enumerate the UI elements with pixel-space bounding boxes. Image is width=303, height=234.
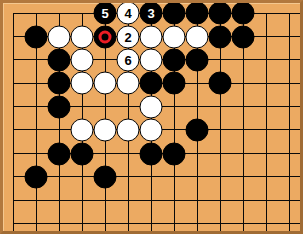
intersection xyxy=(48,212,71,234)
intersection xyxy=(278,48,301,71)
intersection xyxy=(71,95,94,118)
intersection xyxy=(278,1,301,24)
intersection xyxy=(209,25,232,48)
intersection xyxy=(232,95,255,118)
intersection xyxy=(71,118,94,141)
stone-black xyxy=(163,142,186,165)
intersection xyxy=(255,165,278,188)
stone-black xyxy=(48,48,71,71)
intersection xyxy=(209,118,232,141)
intersection xyxy=(25,71,48,94)
stone-black xyxy=(25,165,48,188)
stone-white xyxy=(48,25,71,48)
stone-black xyxy=(209,2,232,25)
intersection xyxy=(2,25,25,48)
intersection xyxy=(71,165,94,188)
intersection xyxy=(255,95,278,118)
red-circle-marker xyxy=(99,30,112,43)
stone-white xyxy=(71,48,94,71)
stone-white xyxy=(94,72,117,95)
intersection xyxy=(163,142,186,165)
intersection xyxy=(25,1,48,24)
intersection xyxy=(163,48,186,71)
intersection xyxy=(278,165,301,188)
intersection xyxy=(48,188,71,211)
intersection xyxy=(163,165,186,188)
stone-white-move-4: 4 xyxy=(117,2,140,25)
intersection xyxy=(186,142,209,165)
intersection xyxy=(232,118,255,141)
go-board-grid: 54326 xyxy=(2,1,301,234)
intersection xyxy=(278,71,301,94)
intersection xyxy=(117,212,140,234)
intersection xyxy=(232,1,255,24)
intersection xyxy=(25,188,48,211)
intersection xyxy=(140,118,163,141)
intersection xyxy=(278,142,301,165)
stone-black-move-5: 5 xyxy=(94,2,117,25)
intersection xyxy=(2,118,25,141)
move-number: 3 xyxy=(147,7,154,20)
intersection xyxy=(255,71,278,94)
stone-white xyxy=(71,119,94,142)
stone-black xyxy=(25,25,48,48)
intersection xyxy=(278,118,301,141)
intersection xyxy=(255,212,278,234)
intersection xyxy=(71,48,94,71)
stone-white xyxy=(186,25,209,48)
intersection xyxy=(232,142,255,165)
intersection xyxy=(117,142,140,165)
intersection xyxy=(25,25,48,48)
intersection xyxy=(2,212,25,234)
intersection xyxy=(255,25,278,48)
intersection xyxy=(232,212,255,234)
intersection xyxy=(25,212,48,234)
intersection xyxy=(140,71,163,94)
intersection xyxy=(232,165,255,188)
stone-black xyxy=(163,48,186,71)
stone-black xyxy=(232,2,255,25)
intersection xyxy=(186,118,209,141)
intersection xyxy=(140,212,163,234)
intersection xyxy=(140,95,163,118)
stone-black xyxy=(48,72,71,95)
move-number: 2 xyxy=(124,30,131,43)
intersection xyxy=(94,165,117,188)
intersection xyxy=(117,95,140,118)
intersection xyxy=(163,25,186,48)
intersection xyxy=(163,118,186,141)
stone-black xyxy=(209,72,232,95)
intersection xyxy=(2,142,25,165)
intersection xyxy=(255,1,278,24)
stone-black xyxy=(94,165,117,188)
intersection xyxy=(48,142,71,165)
stone-white-move-2: 2 xyxy=(117,25,140,48)
intersection xyxy=(94,212,117,234)
intersection xyxy=(94,118,117,141)
move-number: 5 xyxy=(101,7,108,20)
stone-black-move-3: 3 xyxy=(140,2,163,25)
intersection xyxy=(209,1,232,24)
intersection xyxy=(48,25,71,48)
stone-black xyxy=(232,25,255,48)
intersection xyxy=(140,165,163,188)
intersection xyxy=(94,48,117,71)
stone-black xyxy=(163,2,186,25)
intersection xyxy=(25,118,48,141)
intersection xyxy=(186,95,209,118)
intersection xyxy=(186,25,209,48)
go-board-frame: 54326 xyxy=(0,0,303,234)
intersection xyxy=(117,165,140,188)
intersection xyxy=(209,212,232,234)
intersection: 6 xyxy=(117,48,140,71)
move-number: 4 xyxy=(124,7,131,20)
intersection xyxy=(48,71,71,94)
intersection xyxy=(2,165,25,188)
intersection xyxy=(255,188,278,211)
stone-white xyxy=(140,95,163,118)
stone-black xyxy=(140,142,163,165)
intersection xyxy=(94,142,117,165)
intersection xyxy=(186,1,209,24)
intersection xyxy=(209,95,232,118)
intersection xyxy=(2,95,25,118)
stone-black xyxy=(48,95,71,118)
intersection xyxy=(163,71,186,94)
intersection xyxy=(25,48,48,71)
intersection xyxy=(232,188,255,211)
intersection xyxy=(278,188,301,211)
stone-black xyxy=(209,25,232,48)
stone-black xyxy=(71,142,94,165)
intersection xyxy=(186,165,209,188)
intersection xyxy=(209,142,232,165)
intersection xyxy=(48,1,71,24)
intersection xyxy=(48,118,71,141)
stone-white xyxy=(71,72,94,95)
intersection xyxy=(2,1,25,24)
intersection xyxy=(278,95,301,118)
intersection xyxy=(186,71,209,94)
intersection: 4 xyxy=(117,1,140,24)
intersection xyxy=(94,188,117,211)
intersection: 5 xyxy=(94,1,117,24)
intersection xyxy=(209,71,232,94)
intersection xyxy=(2,188,25,211)
move-number: 6 xyxy=(124,53,131,66)
intersection xyxy=(163,188,186,211)
intersection xyxy=(209,188,232,211)
intersection xyxy=(71,25,94,48)
intersection xyxy=(2,48,25,71)
stone-black xyxy=(186,48,209,71)
intersection xyxy=(2,71,25,94)
intersection xyxy=(25,95,48,118)
intersection xyxy=(186,48,209,71)
intersection xyxy=(48,165,71,188)
intersection xyxy=(209,48,232,71)
intersection xyxy=(140,142,163,165)
intersection xyxy=(48,48,71,71)
intersection xyxy=(25,165,48,188)
stone-white xyxy=(140,119,163,142)
intersection xyxy=(278,212,301,234)
intersection xyxy=(232,25,255,48)
stone-black xyxy=(186,2,209,25)
intersection xyxy=(71,71,94,94)
intersection xyxy=(71,188,94,211)
stone-white xyxy=(163,25,186,48)
intersection xyxy=(117,71,140,94)
intersection xyxy=(94,25,117,48)
stone-white xyxy=(117,72,140,95)
intersection xyxy=(71,1,94,24)
stone-white xyxy=(140,25,163,48)
intersection xyxy=(25,142,48,165)
intersection xyxy=(278,25,301,48)
intersection xyxy=(255,142,278,165)
intersection: 3 xyxy=(140,1,163,24)
intersection xyxy=(232,48,255,71)
intersection: 2 xyxy=(117,25,140,48)
intersection xyxy=(48,95,71,118)
stone-black xyxy=(186,119,209,142)
intersection xyxy=(71,212,94,234)
stone-black xyxy=(94,25,117,48)
stone-white xyxy=(117,119,140,142)
intersection xyxy=(94,71,117,94)
intersection xyxy=(255,118,278,141)
stone-white-move-6: 6 xyxy=(117,48,140,71)
stone-black xyxy=(163,72,186,95)
intersection xyxy=(117,188,140,211)
intersection xyxy=(140,48,163,71)
intersection xyxy=(209,165,232,188)
intersection xyxy=(140,188,163,211)
stone-black xyxy=(48,142,71,165)
intersection xyxy=(163,95,186,118)
intersection xyxy=(163,212,186,234)
stone-white xyxy=(71,25,94,48)
intersection xyxy=(163,1,186,24)
intersection xyxy=(255,48,278,71)
intersection xyxy=(94,95,117,118)
intersection xyxy=(117,118,140,141)
stone-black xyxy=(140,72,163,95)
intersection xyxy=(186,212,209,234)
intersection xyxy=(140,25,163,48)
stone-white xyxy=(140,48,163,71)
intersection xyxy=(232,71,255,94)
stone-white xyxy=(94,119,117,142)
intersection xyxy=(71,142,94,165)
intersection xyxy=(186,188,209,211)
